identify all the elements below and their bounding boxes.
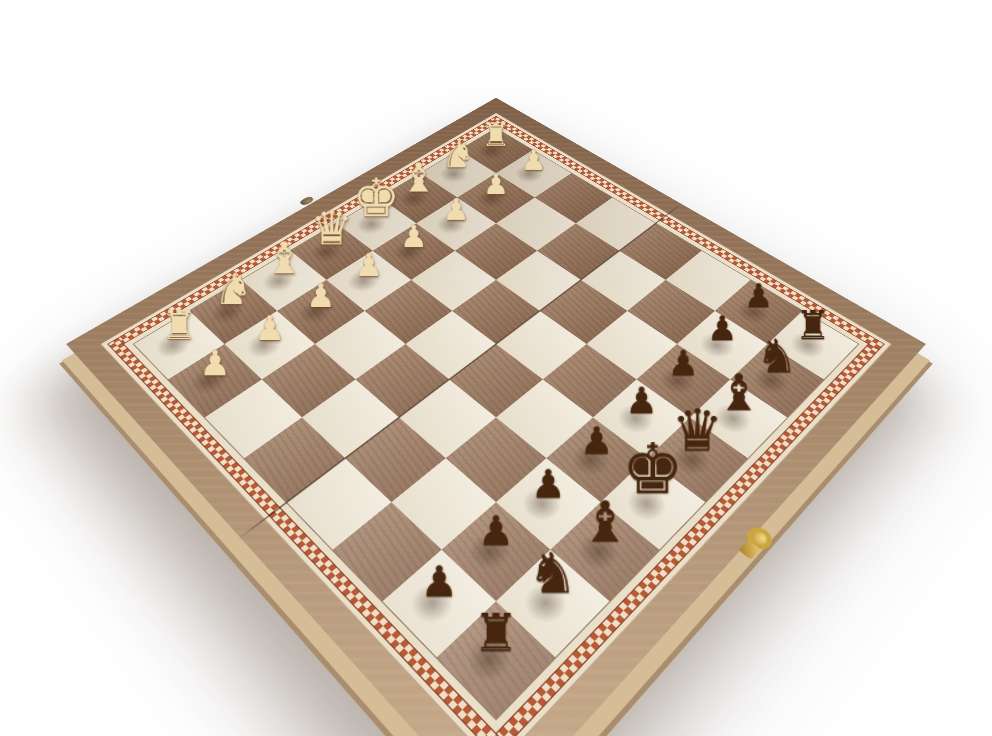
black-pawn-glyph: ♟ xyxy=(478,511,515,550)
piece-black-rook-h8[interactable]: ♜ xyxy=(457,597,535,657)
board-frame: ♜♞♝♛♚♝♞♜♟♟♟♟♟♟♟♟♟♟♟♟♟♟♟♟♜♞♝♚♛♝♞♜ xyxy=(66,98,926,736)
black-pawn-glyph: ♟ xyxy=(531,465,566,502)
brass-latch-icon xyxy=(732,519,781,565)
black-rook-glyph: ♜ xyxy=(473,608,520,658)
piece-white-pawn-h2[interactable]: ♟ xyxy=(184,338,246,379)
black-pawn-glyph: ♟ xyxy=(580,422,614,458)
piece-black-pawn-c7[interactable]: ♟ xyxy=(652,338,714,379)
product-photo: ♜♞♝♛♚♝♞♜♟♟♟♟♟♟♟♟♟♟♟♟♟♟♟♟♜♞♝♚♛♝♞♜ xyxy=(0,0,992,736)
black-knight-glyph: ♞ xyxy=(527,548,578,602)
piece-black-knight-g8[interactable]: ♞ xyxy=(515,536,590,601)
black-pawn-glyph: ♟ xyxy=(625,383,658,418)
scene: ♜♞♝♛♚♝♞♜♟♟♟♟♟♟♟♟♟♟♟♟♟♟♟♟♜♞♝♚♛♝♞♜ xyxy=(0,0,992,736)
piece-black-pawn-h7[interactable]: ♟ xyxy=(402,551,477,601)
chess-board: ♜♞♝♛♚♝♞♜♟♟♟♟♟♟♟♟♟♟♟♟♟♟♟♟♜♞♝♚♛♝♞♜ xyxy=(66,98,926,736)
black-pawn-glyph: ♟ xyxy=(420,561,458,601)
white-pawn-glyph: ♟ xyxy=(199,346,231,379)
